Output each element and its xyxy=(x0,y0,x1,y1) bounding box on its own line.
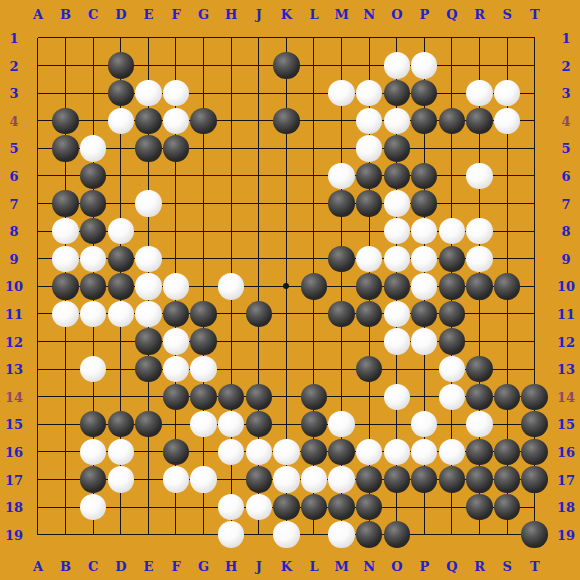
intersection-A15[interactable] xyxy=(24,411,52,439)
intersection-K4[interactable] xyxy=(273,107,301,135)
intersection-B2[interactable] xyxy=(52,52,80,80)
intersection-H10[interactable] xyxy=(217,273,245,301)
intersection-E14[interactable] xyxy=(135,383,163,411)
intersection-A9[interactable] xyxy=(24,245,52,273)
intersection-J4[interactable] xyxy=(245,107,273,135)
intersection-G14[interactable] xyxy=(190,383,218,411)
intersection-G15[interactable] xyxy=(190,411,218,439)
intersection-H19[interactable] xyxy=(217,521,245,549)
intersection-Q14[interactable] xyxy=(438,383,466,411)
intersection-T18[interactable] xyxy=(521,493,549,521)
intersection-F18[interactable] xyxy=(162,493,190,521)
intersection-Q15[interactable] xyxy=(438,411,466,439)
intersection-B11[interactable] xyxy=(52,300,80,328)
intersection-J18[interactable] xyxy=(245,493,273,521)
intersection-J10[interactable] xyxy=(245,273,273,301)
intersection-A12[interactable] xyxy=(24,328,52,356)
intersection-E19[interactable] xyxy=(135,521,163,549)
intersection-D1[interactable] xyxy=(107,24,135,52)
intersection-N6[interactable] xyxy=(355,162,383,190)
intersection-T19[interactable] xyxy=(521,521,549,549)
intersection-R4[interactable] xyxy=(466,107,494,135)
intersection-N8[interactable] xyxy=(355,217,383,245)
intersection-P14[interactable] xyxy=(411,383,439,411)
intersection-K2[interactable] xyxy=(273,52,301,80)
intersection-F13[interactable] xyxy=(162,355,190,383)
intersection-D4[interactable] xyxy=(107,107,135,135)
intersection-B5[interactable] xyxy=(52,135,80,163)
intersection-S11[interactable] xyxy=(493,300,521,328)
intersection-L13[interactable] xyxy=(300,355,328,383)
intersection-F1[interactable] xyxy=(162,24,190,52)
intersection-H1[interactable] xyxy=(217,24,245,52)
intersection-K8[interactable] xyxy=(273,217,301,245)
intersection-J7[interactable] xyxy=(245,190,273,218)
intersection-F12[interactable] xyxy=(162,328,190,356)
intersection-N5[interactable] xyxy=(355,135,383,163)
intersection-E4[interactable] xyxy=(135,107,163,135)
intersection-J11[interactable] xyxy=(245,300,273,328)
intersection-H14[interactable] xyxy=(217,383,245,411)
intersection-S4[interactable] xyxy=(493,107,521,135)
intersection-C12[interactable] xyxy=(79,328,107,356)
intersection-H6[interactable] xyxy=(217,162,245,190)
intersection-H7[interactable] xyxy=(217,190,245,218)
intersection-E9[interactable] xyxy=(135,245,163,273)
intersection-L18[interactable] xyxy=(300,493,328,521)
intersection-D5[interactable] xyxy=(107,135,135,163)
intersection-Q16[interactable] xyxy=(438,438,466,466)
intersection-C4[interactable] xyxy=(79,107,107,135)
intersection-D15[interactable] xyxy=(107,411,135,439)
intersection-N4[interactable] xyxy=(355,107,383,135)
intersection-R10[interactable] xyxy=(466,273,494,301)
intersection-M9[interactable] xyxy=(328,245,356,273)
intersection-O2[interactable] xyxy=(383,52,411,80)
intersection-B4[interactable] xyxy=(52,107,80,135)
intersection-M11[interactable] xyxy=(328,300,356,328)
intersection-G19[interactable] xyxy=(190,521,218,549)
intersection-G17[interactable] xyxy=(190,466,218,494)
intersection-J5[interactable] xyxy=(245,135,273,163)
intersection-L6[interactable] xyxy=(300,162,328,190)
intersection-H17[interactable] xyxy=(217,466,245,494)
intersection-C11[interactable] xyxy=(79,300,107,328)
intersection-E16[interactable] xyxy=(135,438,163,466)
intersection-A10[interactable] xyxy=(24,273,52,301)
intersection-F3[interactable] xyxy=(162,79,190,107)
intersection-C7[interactable] xyxy=(79,190,107,218)
intersection-M14[interactable] xyxy=(328,383,356,411)
intersection-S12[interactable] xyxy=(493,328,521,356)
intersection-A18[interactable] xyxy=(24,493,52,521)
intersection-M18[interactable] xyxy=(328,493,356,521)
intersection-P8[interactable] xyxy=(411,217,439,245)
intersection-D14[interactable] xyxy=(107,383,135,411)
intersection-G7[interactable] xyxy=(190,190,218,218)
intersection-G18[interactable] xyxy=(190,493,218,521)
intersection-L4[interactable] xyxy=(300,107,328,135)
intersection-O17[interactable] xyxy=(383,466,411,494)
intersection-K19[interactable] xyxy=(273,521,301,549)
intersection-H13[interactable] xyxy=(217,355,245,383)
intersection-S7[interactable] xyxy=(493,190,521,218)
intersection-T6[interactable] xyxy=(521,162,549,190)
intersection-C3[interactable] xyxy=(79,79,107,107)
intersection-Q19[interactable] xyxy=(438,521,466,549)
intersection-M1[interactable] xyxy=(328,24,356,52)
intersection-K6[interactable] xyxy=(273,162,301,190)
intersection-K15[interactable] xyxy=(273,411,301,439)
intersection-L5[interactable] xyxy=(300,135,328,163)
intersection-D2[interactable] xyxy=(107,52,135,80)
intersection-A16[interactable] xyxy=(24,438,52,466)
intersection-K5[interactable] xyxy=(273,135,301,163)
intersection-T15[interactable] xyxy=(521,411,549,439)
intersection-S9[interactable] xyxy=(493,245,521,273)
intersection-E18[interactable] xyxy=(135,493,163,521)
intersection-H12[interactable] xyxy=(217,328,245,356)
intersection-J13[interactable] xyxy=(245,355,273,383)
intersection-S8[interactable] xyxy=(493,217,521,245)
intersection-N1[interactable] xyxy=(355,24,383,52)
intersection-P10[interactable] xyxy=(411,273,439,301)
intersection-L10[interactable] xyxy=(300,273,328,301)
intersection-N12[interactable] xyxy=(355,328,383,356)
intersection-T4[interactable] xyxy=(521,107,549,135)
intersection-J8[interactable] xyxy=(245,217,273,245)
intersection-E13[interactable] xyxy=(135,355,163,383)
intersection-D16[interactable] xyxy=(107,438,135,466)
intersection-B16[interactable] xyxy=(52,438,80,466)
intersection-L15[interactable] xyxy=(300,411,328,439)
intersection-C19[interactable] xyxy=(79,521,107,549)
intersection-R19[interactable] xyxy=(466,521,494,549)
intersection-E17[interactable] xyxy=(135,466,163,494)
intersection-M17[interactable] xyxy=(328,466,356,494)
intersection-N19[interactable] xyxy=(355,521,383,549)
intersection-L1[interactable] xyxy=(300,24,328,52)
intersection-N15[interactable] xyxy=(355,411,383,439)
intersection-F4[interactable] xyxy=(162,107,190,135)
intersection-H5[interactable] xyxy=(217,135,245,163)
intersection-R2[interactable] xyxy=(466,52,494,80)
intersection-S2[interactable] xyxy=(493,52,521,80)
intersection-J12[interactable] xyxy=(245,328,273,356)
intersection-O14[interactable] xyxy=(383,383,411,411)
intersection-H8[interactable] xyxy=(217,217,245,245)
intersection-R14[interactable] xyxy=(466,383,494,411)
intersection-L12[interactable] xyxy=(300,328,328,356)
intersection-R1[interactable] xyxy=(466,24,494,52)
intersection-D11[interactable] xyxy=(107,300,135,328)
intersection-R16[interactable] xyxy=(466,438,494,466)
intersection-B7[interactable] xyxy=(52,190,80,218)
intersection-H3[interactable] xyxy=(217,79,245,107)
intersection-H15[interactable] xyxy=(217,411,245,439)
intersection-F2[interactable] xyxy=(162,52,190,80)
intersection-M12[interactable] xyxy=(328,328,356,356)
intersection-Q10[interactable] xyxy=(438,273,466,301)
intersection-G6[interactable] xyxy=(190,162,218,190)
intersection-J14[interactable] xyxy=(245,383,273,411)
intersection-Q1[interactable] xyxy=(438,24,466,52)
intersection-M15[interactable] xyxy=(328,411,356,439)
intersection-M4[interactable] xyxy=(328,107,356,135)
intersection-R12[interactable] xyxy=(466,328,494,356)
intersection-O13[interactable] xyxy=(383,355,411,383)
intersection-G10[interactable] xyxy=(190,273,218,301)
intersection-B18[interactable] xyxy=(52,493,80,521)
intersection-E11[interactable] xyxy=(135,300,163,328)
intersection-N2[interactable] xyxy=(355,52,383,80)
intersection-T1[interactable] xyxy=(521,24,549,52)
intersection-D12[interactable] xyxy=(107,328,135,356)
intersection-E15[interactable] xyxy=(135,411,163,439)
intersection-O1[interactable] xyxy=(383,24,411,52)
intersection-L7[interactable] xyxy=(300,190,328,218)
intersection-L3[interactable] xyxy=(300,79,328,107)
intersection-M10[interactable] xyxy=(328,273,356,301)
intersection-B10[interactable] xyxy=(52,273,80,301)
intersection-Q13[interactable] xyxy=(438,355,466,383)
intersection-O8[interactable] xyxy=(383,217,411,245)
intersection-K11[interactable] xyxy=(273,300,301,328)
intersection-D3[interactable] xyxy=(107,79,135,107)
intersection-D7[interactable] xyxy=(107,190,135,218)
intersection-G5[interactable] xyxy=(190,135,218,163)
intersection-B8[interactable] xyxy=(52,217,80,245)
intersection-F11[interactable] xyxy=(162,300,190,328)
intersection-F7[interactable] xyxy=(162,190,190,218)
intersection-F9[interactable] xyxy=(162,245,190,273)
intersection-B3[interactable] xyxy=(52,79,80,107)
intersection-F17[interactable] xyxy=(162,466,190,494)
intersection-T10[interactable] xyxy=(521,273,549,301)
intersection-P1[interactable] xyxy=(411,24,439,52)
intersection-J2[interactable] xyxy=(245,52,273,80)
intersection-T13[interactable] xyxy=(521,355,549,383)
intersection-O4[interactable] xyxy=(383,107,411,135)
intersection-R3[interactable] xyxy=(466,79,494,107)
intersection-G3[interactable] xyxy=(190,79,218,107)
intersection-J6[interactable] xyxy=(245,162,273,190)
intersection-P18[interactable] xyxy=(411,493,439,521)
intersection-C5[interactable] xyxy=(79,135,107,163)
intersection-L16[interactable] xyxy=(300,438,328,466)
intersection-O3[interactable] xyxy=(383,79,411,107)
intersection-Q7[interactable] xyxy=(438,190,466,218)
intersection-O5[interactable] xyxy=(383,135,411,163)
intersection-L9[interactable] xyxy=(300,245,328,273)
intersection-F5[interactable] xyxy=(162,135,190,163)
intersection-A8[interactable] xyxy=(24,217,52,245)
intersection-G4[interactable] xyxy=(190,107,218,135)
intersection-K13[interactable] xyxy=(273,355,301,383)
intersection-B15[interactable] xyxy=(52,411,80,439)
intersection-T7[interactable] xyxy=(521,190,549,218)
intersection-P4[interactable] xyxy=(411,107,439,135)
intersection-C8[interactable] xyxy=(79,217,107,245)
intersection-N9[interactable] xyxy=(355,245,383,273)
intersection-G1[interactable] xyxy=(190,24,218,52)
intersection-R7[interactable] xyxy=(466,190,494,218)
intersection-C13[interactable] xyxy=(79,355,107,383)
intersection-C10[interactable] xyxy=(79,273,107,301)
intersection-S17[interactable] xyxy=(493,466,521,494)
intersection-J15[interactable] xyxy=(245,411,273,439)
intersection-S16[interactable] xyxy=(493,438,521,466)
intersection-K9[interactable] xyxy=(273,245,301,273)
intersection-D10[interactable] xyxy=(107,273,135,301)
intersection-P17[interactable] xyxy=(411,466,439,494)
intersection-B14[interactable] xyxy=(52,383,80,411)
intersection-K10[interactable] xyxy=(273,273,301,301)
intersection-A2[interactable] xyxy=(24,52,52,80)
intersection-K17[interactable] xyxy=(273,466,301,494)
intersection-R15[interactable] xyxy=(466,411,494,439)
intersection-G2[interactable] xyxy=(190,52,218,80)
intersection-E10[interactable] xyxy=(135,273,163,301)
intersection-J9[interactable] xyxy=(245,245,273,273)
intersection-H4[interactable] xyxy=(217,107,245,135)
intersection-N18[interactable] xyxy=(355,493,383,521)
intersection-Q2[interactable] xyxy=(438,52,466,80)
intersection-P3[interactable] xyxy=(411,79,439,107)
intersection-M8[interactable] xyxy=(328,217,356,245)
intersection-H18[interactable] xyxy=(217,493,245,521)
intersection-F6[interactable] xyxy=(162,162,190,190)
intersection-J17[interactable] xyxy=(245,466,273,494)
intersection-O9[interactable] xyxy=(383,245,411,273)
intersection-J19[interactable] xyxy=(245,521,273,549)
intersection-O10[interactable] xyxy=(383,273,411,301)
intersection-R5[interactable] xyxy=(466,135,494,163)
intersection-O12[interactable] xyxy=(383,328,411,356)
intersection-J16[interactable] xyxy=(245,438,273,466)
intersection-E6[interactable] xyxy=(135,162,163,190)
intersection-F15[interactable] xyxy=(162,411,190,439)
intersection-G12[interactable] xyxy=(190,328,218,356)
intersection-E7[interactable] xyxy=(135,190,163,218)
intersection-N3[interactable] xyxy=(355,79,383,107)
intersection-O15[interactable] xyxy=(383,411,411,439)
intersection-R17[interactable] xyxy=(466,466,494,494)
intersection-L17[interactable] xyxy=(300,466,328,494)
intersection-S14[interactable] xyxy=(493,383,521,411)
intersection-B6[interactable] xyxy=(52,162,80,190)
intersection-A14[interactable] xyxy=(24,383,52,411)
intersection-P12[interactable] xyxy=(411,328,439,356)
intersection-H9[interactable] xyxy=(217,245,245,273)
intersection-C18[interactable] xyxy=(79,493,107,521)
intersection-D6[interactable] xyxy=(107,162,135,190)
intersection-T16[interactable] xyxy=(521,438,549,466)
intersection-B9[interactable] xyxy=(52,245,80,273)
intersection-R6[interactable] xyxy=(466,162,494,190)
intersection-K3[interactable] xyxy=(273,79,301,107)
intersection-B17[interactable] xyxy=(52,466,80,494)
intersection-E1[interactable] xyxy=(135,24,163,52)
intersection-T14[interactable] xyxy=(521,383,549,411)
intersection-E2[interactable] xyxy=(135,52,163,80)
intersection-A5[interactable] xyxy=(24,135,52,163)
intersection-Q5[interactable] xyxy=(438,135,466,163)
intersection-C9[interactable] xyxy=(79,245,107,273)
intersection-C16[interactable] xyxy=(79,438,107,466)
intersection-P5[interactable] xyxy=(411,135,439,163)
intersection-M2[interactable] xyxy=(328,52,356,80)
intersection-O16[interactable] xyxy=(383,438,411,466)
intersection-Q11[interactable] xyxy=(438,300,466,328)
intersection-S3[interactable] xyxy=(493,79,521,107)
intersection-Q12[interactable] xyxy=(438,328,466,356)
intersection-P13[interactable] xyxy=(411,355,439,383)
intersection-N17[interactable] xyxy=(355,466,383,494)
intersection-S1[interactable] xyxy=(493,24,521,52)
intersection-K14[interactable] xyxy=(273,383,301,411)
intersection-T2[interactable] xyxy=(521,52,549,80)
intersection-A7[interactable] xyxy=(24,190,52,218)
intersection-D13[interactable] xyxy=(107,355,135,383)
intersection-K18[interactable] xyxy=(273,493,301,521)
intersection-J1[interactable] xyxy=(245,24,273,52)
intersection-O19[interactable] xyxy=(383,521,411,549)
intersection-F10[interactable] xyxy=(162,273,190,301)
intersection-S15[interactable] xyxy=(493,411,521,439)
intersection-C17[interactable] xyxy=(79,466,107,494)
intersection-M3[interactable] xyxy=(328,79,356,107)
intersection-G16[interactable] xyxy=(190,438,218,466)
intersection-A17[interactable] xyxy=(24,466,52,494)
intersection-O6[interactable] xyxy=(383,162,411,190)
intersection-B13[interactable] xyxy=(52,355,80,383)
intersection-L2[interactable] xyxy=(300,52,328,80)
intersection-N14[interactable] xyxy=(355,383,383,411)
intersection-C15[interactable] xyxy=(79,411,107,439)
intersection-A3[interactable] xyxy=(24,79,52,107)
intersection-E5[interactable] xyxy=(135,135,163,163)
intersection-E8[interactable] xyxy=(135,217,163,245)
intersection-B1[interactable] xyxy=(52,24,80,52)
intersection-G11[interactable] xyxy=(190,300,218,328)
intersection-M13[interactable] xyxy=(328,355,356,383)
intersection-P2[interactable] xyxy=(411,52,439,80)
intersection-K12[interactable] xyxy=(273,328,301,356)
intersection-M5[interactable] xyxy=(328,135,356,163)
intersection-M6[interactable] xyxy=(328,162,356,190)
intersection-M7[interactable] xyxy=(328,190,356,218)
intersection-N16[interactable] xyxy=(355,438,383,466)
intersection-O7[interactable] xyxy=(383,190,411,218)
intersection-P6[interactable] xyxy=(411,162,439,190)
intersection-H11[interactable] xyxy=(217,300,245,328)
intersection-M16[interactable] xyxy=(328,438,356,466)
intersection-P11[interactable] xyxy=(411,300,439,328)
intersection-B19[interactable] xyxy=(52,521,80,549)
intersection-S10[interactable] xyxy=(493,273,521,301)
intersection-F16[interactable] xyxy=(162,438,190,466)
intersection-S6[interactable] xyxy=(493,162,521,190)
intersection-D17[interactable] xyxy=(107,466,135,494)
intersection-L19[interactable] xyxy=(300,521,328,549)
intersection-T3[interactable] xyxy=(521,79,549,107)
intersection-A1[interactable] xyxy=(24,24,52,52)
intersection-P16[interactable] xyxy=(411,438,439,466)
intersection-Q9[interactable] xyxy=(438,245,466,273)
intersection-G13[interactable] xyxy=(190,355,218,383)
intersection-S5[interactable] xyxy=(493,135,521,163)
